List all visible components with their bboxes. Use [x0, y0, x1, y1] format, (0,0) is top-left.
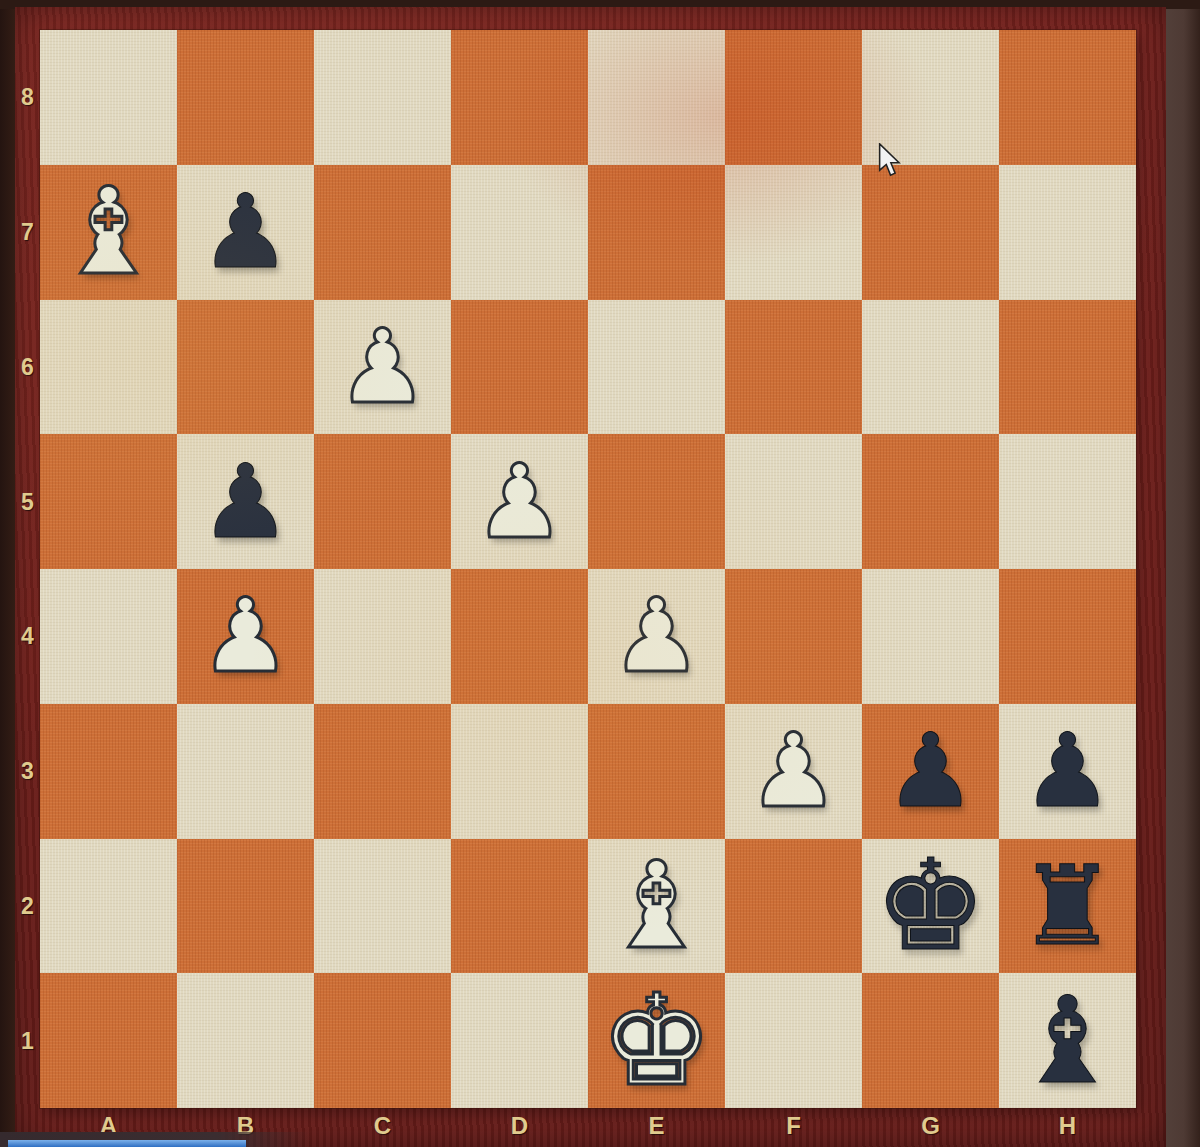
square-b4[interactable]: ♟	[177, 569, 314, 704]
piece-black-pawn[interactable]: ♟	[1022, 720, 1113, 822]
square-e5[interactable]	[588, 434, 725, 569]
square-c6[interactable]: ♟	[314, 300, 451, 435]
piece-white-pawn[interactable]: ♟	[474, 451, 565, 553]
piece-white-bishop[interactable]: ♝	[55, 172, 163, 292]
square-h2[interactable]: ♜	[999, 839, 1136, 974]
rank-label-3: 3	[15, 758, 40, 785]
square-e2[interactable]: ♝	[588, 839, 725, 974]
piece-white-pawn[interactable]: ♟	[748, 720, 839, 822]
square-b7[interactable]: ♟	[177, 165, 314, 300]
square-a5[interactable]	[40, 434, 177, 569]
piece-white-king[interactable]: ♚	[600, 978, 713, 1104]
square-a2[interactable]	[40, 839, 177, 974]
square-b5[interactable]: ♟	[177, 434, 314, 569]
square-h4[interactable]	[999, 569, 1136, 704]
photo-edge-right	[1164, 0, 1200, 1147]
piece-black-king[interactable]: ♚	[874, 843, 987, 969]
square-h3[interactable]: ♟	[999, 704, 1136, 839]
file-label-d: D	[500, 1112, 540, 1140]
piece-white-pawn[interactable]: ♟	[337, 316, 428, 418]
square-e3[interactable]	[588, 704, 725, 839]
square-a6[interactable]	[40, 300, 177, 435]
rank-label-2: 2	[15, 893, 40, 920]
square-f1[interactable]	[725, 973, 862, 1108]
square-g7[interactable]	[862, 165, 999, 300]
file-label-h: H	[1048, 1112, 1088, 1140]
square-f3[interactable]: ♟	[725, 704, 862, 839]
square-e8[interactable]	[588, 30, 725, 165]
square-d8[interactable]	[451, 30, 588, 165]
square-b3[interactable]	[177, 704, 314, 839]
piece-white-pawn[interactable]: ♟	[611, 585, 702, 687]
square-g2[interactable]: ♚	[862, 839, 999, 974]
square-g8[interactable]	[862, 30, 999, 165]
rank-label-8: 8	[15, 84, 40, 111]
square-g4[interactable]	[862, 569, 999, 704]
square-f6[interactable]	[725, 300, 862, 435]
square-c5[interactable]	[314, 434, 451, 569]
square-b1[interactable]	[177, 973, 314, 1108]
rank-label-1: 1	[15, 1028, 40, 1055]
square-a3[interactable]	[40, 704, 177, 839]
square-d5[interactable]: ♟	[451, 434, 588, 569]
square-h8[interactable]	[999, 30, 1136, 165]
square-c3[interactable]	[314, 704, 451, 839]
square-d2[interactable]	[451, 839, 588, 974]
square-f2[interactable]	[725, 839, 862, 974]
square-e6[interactable]	[588, 300, 725, 435]
square-f7[interactable]	[725, 165, 862, 300]
piece-white-bishop[interactable]: ♝	[603, 846, 711, 966]
square-f4[interactable]	[725, 569, 862, 704]
square-h7[interactable]	[999, 165, 1136, 300]
square-a8[interactable]	[40, 30, 177, 165]
rank-label-5: 5	[15, 489, 40, 516]
file-label-f: F	[774, 1112, 814, 1140]
square-d6[interactable]	[451, 300, 588, 435]
square-f8[interactable]	[725, 30, 862, 165]
square-f5[interactable]	[725, 434, 862, 569]
piece-black-pawn[interactable]: ♟	[200, 181, 291, 283]
square-c2[interactable]	[314, 839, 451, 974]
square-d3[interactable]	[451, 704, 588, 839]
square-h6[interactable]	[999, 300, 1136, 435]
taskbar-edge-strip	[8, 1140, 246, 1147]
square-b8[interactable]	[177, 30, 314, 165]
square-g6[interactable]	[862, 300, 999, 435]
square-a7[interactable]: ♝	[40, 165, 177, 300]
square-g1[interactable]	[862, 973, 999, 1108]
photo-edge-left	[0, 0, 15, 1147]
square-b2[interactable]	[177, 839, 314, 974]
square-c4[interactable]	[314, 569, 451, 704]
rank-label-6: 6	[15, 354, 40, 381]
file-label-c: C	[363, 1112, 403, 1140]
square-e4[interactable]: ♟	[588, 569, 725, 704]
square-g3[interactable]: ♟	[862, 704, 999, 839]
piece-black-pawn[interactable]: ♟	[885, 720, 976, 822]
piece-black-bishop[interactable]: ♝	[1014, 981, 1122, 1101]
chess-board: ♝♟♟♟♟♟♟♟♟♟♝♚♜♚♝	[40, 30, 1136, 1108]
square-d4[interactable]	[451, 569, 588, 704]
square-c8[interactable]	[314, 30, 451, 165]
square-d1[interactable]	[451, 973, 588, 1108]
piece-white-pawn[interactable]: ♟	[200, 585, 291, 687]
file-label-e: E	[637, 1112, 677, 1140]
square-d7[interactable]	[451, 165, 588, 300]
rank-label-4: 4	[15, 623, 40, 650]
square-c7[interactable]	[314, 165, 451, 300]
square-h1[interactable]: ♝	[999, 973, 1136, 1108]
piece-black-rook[interactable]: ♜	[1018, 851, 1117, 961]
rank-label-7: 7	[15, 219, 40, 246]
square-e7[interactable]	[588, 165, 725, 300]
square-e1[interactable]: ♚	[588, 973, 725, 1108]
square-a1[interactable]	[40, 973, 177, 1108]
square-c1[interactable]	[314, 973, 451, 1108]
file-label-g: G	[911, 1112, 951, 1140]
piece-black-pawn[interactable]: ♟	[200, 451, 291, 553]
square-b6[interactable]	[177, 300, 314, 435]
square-h5[interactable]	[999, 434, 1136, 569]
square-g5[interactable]	[862, 434, 999, 569]
square-a4[interactable]	[40, 569, 177, 704]
